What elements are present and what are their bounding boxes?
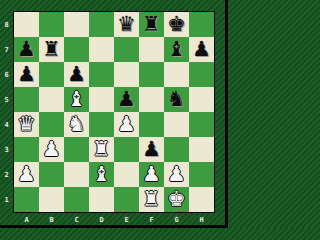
square-c8[interactable]: [64, 12, 89, 37]
square-d7[interactable]: [89, 37, 114, 62]
black-pawn[interactable]: ♟: [139, 137, 164, 162]
square-h3[interactable]: [189, 137, 214, 162]
black-rook[interactable]: ♜: [139, 12, 164, 37]
square-g2[interactable]: ♟: [164, 162, 189, 187]
square-f8[interactable]: ♜: [139, 12, 164, 37]
square-c5[interactable]: ♝: [64, 87, 89, 112]
chess-board: ♛♜♚♟♜♝♟♟♟♝♟♞♛♞♟♟♜♟♟♝♟♟♜♚: [13, 11, 215, 213]
black-pawn[interactable]: ♟: [114, 87, 139, 112]
black-bishop[interactable]: ♝: [164, 37, 189, 62]
square-h4[interactable]: [189, 112, 214, 137]
square-h6[interactable]: [189, 62, 214, 87]
square-c3[interactable]: [64, 137, 89, 162]
square-c1[interactable]: [64, 187, 89, 212]
square-d5[interactable]: [89, 87, 114, 112]
square-h1[interactable]: [189, 187, 214, 212]
square-e5[interactable]: ♟: [114, 87, 139, 112]
square-f7[interactable]: [139, 37, 164, 62]
rank-label-6: 6: [0, 62, 13, 87]
black-pawn[interactable]: ♟: [14, 62, 39, 87]
rank-label-8: 8: [0, 12, 13, 37]
white-pawn[interactable]: ♟: [164, 162, 189, 187]
square-g6[interactable]: [164, 62, 189, 87]
white-queen[interactable]: ♛: [14, 112, 39, 137]
square-f5[interactable]: [139, 87, 164, 112]
square-a2[interactable]: ♟: [14, 162, 39, 187]
white-knight[interactable]: ♞: [64, 112, 89, 137]
square-c4[interactable]: ♞: [64, 112, 89, 137]
square-e2[interactable]: [114, 162, 139, 187]
square-b1[interactable]: [39, 187, 64, 212]
square-h2[interactable]: [189, 162, 214, 187]
square-f4[interactable]: [139, 112, 164, 137]
square-g1[interactable]: ♚: [164, 187, 189, 212]
black-king[interactable]: ♚: [164, 12, 189, 37]
square-f6[interactable]: [139, 62, 164, 87]
square-a8[interactable]: [14, 12, 39, 37]
square-b6[interactable]: [39, 62, 64, 87]
black-pawn[interactable]: ♟: [189, 37, 214, 62]
rank-label-4: 4: [0, 112, 13, 137]
square-a4[interactable]: ♛: [14, 112, 39, 137]
square-g4[interactable]: [164, 112, 189, 137]
square-d6[interactable]: [89, 62, 114, 87]
black-queen[interactable]: ♛: [114, 12, 139, 37]
square-h8[interactable]: [189, 12, 214, 37]
black-knight[interactable]: ♞: [164, 87, 189, 112]
square-b4[interactable]: [39, 112, 64, 137]
white-pawn[interactable]: ♟: [114, 112, 139, 137]
square-e1[interactable]: [114, 187, 139, 212]
white-king[interactable]: ♚: [164, 187, 189, 212]
white-pawn[interactable]: ♟: [14, 162, 39, 187]
rank-labels: 87654321: [0, 12, 13, 212]
frame-edge-right: [225, 0, 228, 228]
white-bishop[interactable]: ♝: [89, 162, 114, 187]
square-f2[interactable]: ♟: [139, 162, 164, 187]
white-pawn[interactable]: ♟: [139, 162, 164, 187]
square-b7[interactable]: ♜: [39, 37, 64, 62]
rank-label-3: 3: [0, 137, 13, 162]
black-rook[interactable]: ♜: [39, 37, 64, 62]
frame-edge-bottom: [0, 225, 228, 228]
square-h5[interactable]: [189, 87, 214, 112]
white-rook[interactable]: ♜: [89, 137, 114, 162]
square-e4[interactable]: ♟: [114, 112, 139, 137]
square-b2[interactable]: [39, 162, 64, 187]
square-h7[interactable]: ♟: [189, 37, 214, 62]
white-pawn[interactable]: ♟: [39, 137, 64, 162]
square-a1[interactable]: [14, 187, 39, 212]
square-c6[interactable]: ♟: [64, 62, 89, 87]
square-d8[interactable]: [89, 12, 114, 37]
square-g8[interactable]: ♚: [164, 12, 189, 37]
square-c2[interactable]: [64, 162, 89, 187]
square-e6[interactable]: [114, 62, 139, 87]
square-g7[interactable]: ♝: [164, 37, 189, 62]
white-rook[interactable]: ♜: [139, 187, 164, 212]
square-d3[interactable]: ♜: [89, 137, 114, 162]
square-g5[interactable]: ♞: [164, 87, 189, 112]
square-b8[interactable]: [39, 12, 64, 37]
square-e8[interactable]: ♛: [114, 12, 139, 37]
square-g3[interactable]: [164, 137, 189, 162]
square-b5[interactable]: [39, 87, 64, 112]
square-d1[interactable]: [89, 187, 114, 212]
square-f1[interactable]: ♜: [139, 187, 164, 212]
square-a6[interactable]: ♟: [14, 62, 39, 87]
square-e3[interactable]: [114, 137, 139, 162]
rank-label-1: 1: [0, 187, 13, 212]
square-a5[interactable]: [14, 87, 39, 112]
square-d2[interactable]: ♝: [89, 162, 114, 187]
black-pawn[interactable]: ♟: [14, 37, 39, 62]
rank-label-2: 2: [0, 162, 13, 187]
square-d4[interactable]: [89, 112, 114, 137]
square-e7[interactable]: [114, 37, 139, 62]
square-f3[interactable]: ♟: [139, 137, 164, 162]
square-a7[interactable]: ♟: [14, 37, 39, 62]
square-b3[interactable]: ♟: [39, 137, 64, 162]
square-c7[interactable]: [64, 37, 89, 62]
black-pawn[interactable]: ♟: [64, 62, 89, 87]
white-bishop[interactable]: ♝: [64, 87, 89, 112]
rank-label-7: 7: [0, 37, 13, 62]
square-a3[interactable]: [14, 137, 39, 162]
rank-label-5: 5: [0, 87, 13, 112]
